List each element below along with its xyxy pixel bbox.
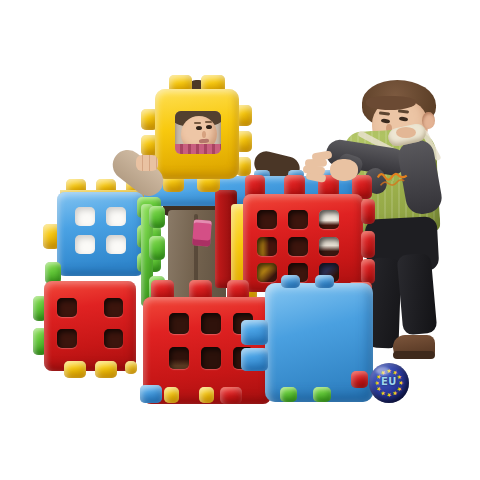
window-opening: [175, 111, 221, 154]
block-hole: [257, 237, 277, 256]
yellow-window-block: [155, 89, 239, 179]
block-hole: [57, 329, 77, 348]
right-red-side-tab: [361, 199, 375, 224]
boy-leg-back: [397, 253, 438, 336]
block-hole-open: [319, 237, 339, 256]
blue-panel-green-foot: [280, 387, 297, 402]
front-red-red-foot: [220, 387, 242, 404]
blue-panel-green-foot: [313, 387, 331, 402]
eu-ball-label: EU: [369, 376, 409, 387]
block-hole: [201, 313, 221, 334]
front-red-yellow-foot: [164, 387, 179, 403]
block-hole: [201, 347, 221, 369]
block-hole: [169, 347, 189, 369]
eu-ball-highlight: [376, 367, 390, 375]
block-hole: [104, 329, 123, 348]
toddler-nose: [202, 131, 206, 138]
boy-palm: [330, 159, 358, 181]
toddler-brow-right: [205, 121, 212, 123]
blue-panel-red-tab: [351, 371, 368, 388]
toddler-eye-right: [206, 125, 212, 129]
block-hole: [169, 313, 189, 334]
blue-panel-top-tab: [281, 275, 300, 288]
eu-star-icon: ★: [386, 392, 392, 398]
boy-shoe-sole: [393, 351, 435, 359]
block-hole: [57, 298, 77, 317]
block-hole: [257, 210, 277, 229]
doorway-green-tab: [149, 236, 165, 260]
block-hole: [288, 237, 308, 256]
block-hole: [288, 210, 308, 229]
left-wall-yellow-foot: [95, 361, 117, 378]
left-wall-yellow-foot: [64, 361, 86, 378]
toddler-collar: [175, 144, 221, 154]
left-wall-yellow-foot: [125, 361, 137, 374]
boy-sweater-print: [375, 166, 411, 191]
doorway-green-tab: [149, 206, 165, 228]
right-red-side-tab: [361, 231, 375, 258]
left-wall-red-block: [44, 281, 136, 371]
blue-panel-top-tab: [315, 275, 334, 288]
block-hole-open: [106, 207, 126, 226]
toddler-brow-left: [194, 122, 201, 124]
front-red-yellow-foot: [199, 387, 214, 403]
right-red-waffle-block: [243, 194, 363, 292]
left-wall-blue-block: [57, 192, 144, 276]
eu-ball: ★★★★★★★★★★★★ EU: [369, 363, 409, 403]
block-hole-open: [319, 210, 339, 229]
product-photo-stage: ★★★★★★★★★★★★ EU: [0, 0, 480, 480]
blue-panel-side-tab: [241, 320, 268, 345]
block-hole-open: [75, 235, 95, 254]
toddler-trouser-tag: [192, 219, 212, 246]
boy-neck: [396, 127, 416, 138]
block-hole: [104, 298, 123, 317]
blue-panel-side-tab: [241, 348, 268, 371]
toddler-eye-left: [196, 126, 202, 130]
block-hole-open: [75, 207, 95, 226]
front-red-blue-foot: [140, 385, 162, 403]
toddler-hand: [136, 155, 158, 171]
right-red-side-tab: [361, 259, 375, 284]
block-hole: [257, 263, 277, 282]
block-hole-open: [106, 235, 126, 254]
